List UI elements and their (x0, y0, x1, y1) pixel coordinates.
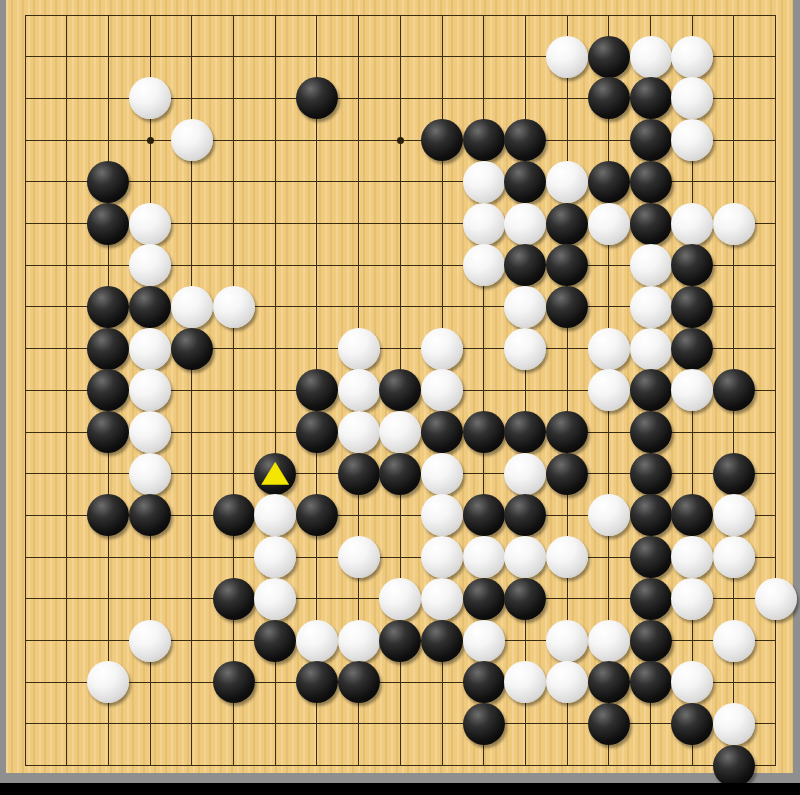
white-stone[interactable] (671, 77, 713, 119)
black-stone[interactable] (671, 703, 713, 745)
black-stone[interactable] (171, 328, 213, 370)
black-stone[interactable] (338, 661, 380, 703)
black-stone[interactable] (463, 703, 505, 745)
board-frame (0, 0, 800, 783)
black-stone[interactable] (630, 494, 672, 536)
white-stone[interactable] (671, 36, 713, 78)
white-stone[interactable] (588, 494, 630, 536)
black-stone[interactable] (213, 494, 255, 536)
black-stone[interactable] (713, 453, 755, 495)
black-stone[interactable] (546, 203, 588, 245)
black-stone[interactable] (671, 494, 713, 536)
white-stone[interactable] (254, 536, 296, 578)
white-stone[interactable] (546, 620, 588, 662)
black-stone[interactable] (588, 36, 630, 78)
white-stone[interactable] (755, 578, 797, 620)
white-stone[interactable] (338, 536, 380, 578)
white-stone[interactable] (504, 661, 546, 703)
black-stone[interactable] (630, 369, 672, 411)
white-stone[interactable] (546, 36, 588, 78)
white-stone[interactable] (588, 369, 630, 411)
white-stone[interactable] (630, 36, 672, 78)
black-stone[interactable] (379, 369, 421, 411)
white-stone[interactable] (588, 203, 630, 245)
white-stone[interactable] (671, 578, 713, 620)
white-stone[interactable] (630, 286, 672, 328)
white-stone[interactable] (713, 620, 755, 662)
black-stone[interactable] (463, 411, 505, 453)
white-stone[interactable] (338, 369, 380, 411)
black-stone[interactable] (630, 119, 672, 161)
black-stone[interactable] (588, 661, 630, 703)
white-stone[interactable] (129, 244, 171, 286)
white-stone[interactable] (588, 328, 630, 370)
black-stone[interactable] (630, 536, 672, 578)
white-stone[interactable] (504, 453, 546, 495)
black-stone[interactable] (630, 620, 672, 662)
black-stone[interactable] (504, 411, 546, 453)
black-stone[interactable] (379, 620, 421, 662)
white-stone[interactable] (504, 286, 546, 328)
black-stone[interactable] (546, 286, 588, 328)
white-stone[interactable] (338, 620, 380, 662)
black-stone[interactable] (630, 161, 672, 203)
black-stone[interactable] (504, 578, 546, 620)
black-stone[interactable] (87, 203, 129, 245)
black-stone[interactable] (713, 745, 755, 787)
white-stone[interactable] (129, 369, 171, 411)
white-stone[interactable] (588, 620, 630, 662)
black-stone[interactable] (713, 369, 755, 411)
black-stone[interactable] (129, 286, 171, 328)
black-stone[interactable] (546, 244, 588, 286)
black-stone[interactable] (463, 578, 505, 620)
white-stone[interactable] (87, 661, 129, 703)
black-stone[interactable] (254, 453, 296, 495)
black-stone[interactable] (630, 77, 672, 119)
white-stone[interactable] (630, 244, 672, 286)
black-stone[interactable] (213, 578, 255, 620)
white-stone[interactable] (504, 203, 546, 245)
white-stone[interactable] (254, 494, 296, 536)
black-stone[interactable] (504, 494, 546, 536)
last-move-triangle-icon (261, 462, 289, 485)
black-stone[interactable] (630, 203, 672, 245)
black-stone[interactable] (87, 286, 129, 328)
white-stone[interactable] (379, 578, 421, 620)
white-stone[interactable] (421, 578, 463, 620)
black-stone[interactable] (296, 77, 338, 119)
white-stone[interactable] (296, 620, 338, 662)
white-stone[interactable] (129, 411, 171, 453)
black-stone[interactable] (129, 494, 171, 536)
black-stone[interactable] (254, 620, 296, 662)
star-point (397, 137, 404, 144)
black-stone[interactable] (421, 119, 463, 161)
black-stone[interactable] (630, 411, 672, 453)
white-stone[interactable] (713, 703, 755, 745)
black-stone[interactable] (546, 411, 588, 453)
go-app-screen (0, 0, 800, 795)
black-stone[interactable] (87, 369, 129, 411)
white-stone[interactable] (129, 453, 171, 495)
black-stone[interactable] (630, 661, 672, 703)
black-stone[interactable] (463, 494, 505, 536)
white-stone[interactable] (546, 661, 588, 703)
white-stone[interactable] (171, 286, 213, 328)
white-stone[interactable] (546, 536, 588, 578)
white-stone[interactable] (421, 494, 463, 536)
white-stone[interactable] (671, 203, 713, 245)
star-point (147, 137, 154, 144)
black-stone[interactable] (671, 286, 713, 328)
white-stone[interactable] (421, 328, 463, 370)
white-stone[interactable] (129, 620, 171, 662)
black-stone[interactable] (630, 578, 672, 620)
white-stone[interactable] (129, 203, 171, 245)
black-stone[interactable] (87, 411, 129, 453)
white-stone[interactable] (379, 411, 421, 453)
black-stone[interactable] (87, 161, 129, 203)
white-stone[interactable] (463, 536, 505, 578)
black-stone[interactable] (504, 244, 546, 286)
grid-line-vertical (775, 15, 776, 766)
grid-line-horizontal (25, 765, 776, 766)
white-stone[interactable] (504, 536, 546, 578)
black-stone[interactable] (296, 661, 338, 703)
black-stone[interactable] (463, 119, 505, 161)
white-stone[interactable] (463, 620, 505, 662)
white-stone[interactable] (421, 536, 463, 578)
black-stone[interactable] (671, 244, 713, 286)
white-stone[interactable] (504, 328, 546, 370)
white-stone[interactable] (421, 453, 463, 495)
black-stone[interactable] (296, 411, 338, 453)
white-stone[interactable] (213, 286, 255, 328)
white-stone[interactable] (713, 494, 755, 536)
black-stone[interactable] (546, 453, 588, 495)
white-stone[interactable] (713, 536, 755, 578)
white-stone[interactable] (129, 77, 171, 119)
black-stone[interactable] (296, 369, 338, 411)
white-stone[interactable] (254, 578, 296, 620)
black-stone[interactable] (87, 328, 129, 370)
white-stone[interactable] (713, 203, 755, 245)
white-stone[interactable] (463, 203, 505, 245)
black-stone[interactable] (463, 661, 505, 703)
white-stone[interactable] (671, 119, 713, 161)
white-stone[interactable] (129, 328, 171, 370)
grid-line-horizontal (25, 723, 776, 724)
white-stone[interactable] (546, 161, 588, 203)
black-stone[interactable] (296, 494, 338, 536)
white-stone[interactable] (671, 536, 713, 578)
black-stone[interactable] (379, 453, 421, 495)
black-stone[interactable] (588, 77, 630, 119)
white-stone[interactable] (463, 244, 505, 286)
white-stone[interactable] (421, 369, 463, 411)
white-stone[interactable] (463, 161, 505, 203)
black-stone[interactable] (213, 661, 255, 703)
black-stone[interactable] (671, 328, 713, 370)
black-stone[interactable] (630, 453, 672, 495)
black-stone[interactable] (421, 620, 463, 662)
black-stone[interactable] (421, 411, 463, 453)
bottom-letterbox-bar (0, 783, 800, 795)
black-stone[interactable] (338, 453, 380, 495)
white-stone[interactable] (630, 328, 672, 370)
goban[interactable] (6, 0, 793, 773)
black-stone[interactable] (504, 119, 546, 161)
black-stone[interactable] (588, 161, 630, 203)
white-stone[interactable] (338, 328, 380, 370)
white-stone[interactable] (671, 369, 713, 411)
black-stone[interactable] (87, 494, 129, 536)
black-stone[interactable] (588, 703, 630, 745)
white-stone[interactable] (338, 411, 380, 453)
white-stone[interactable] (171, 119, 213, 161)
white-stone[interactable] (671, 661, 713, 703)
black-stone[interactable] (504, 161, 546, 203)
